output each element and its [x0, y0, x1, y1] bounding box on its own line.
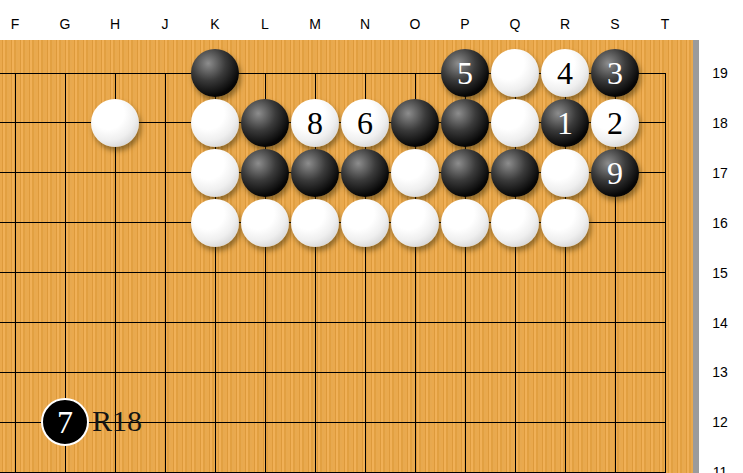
stone-white-K18[interactable]	[191, 99, 239, 147]
stone-black-L18[interactable]	[241, 99, 289, 147]
row-label-15: 15	[700, 265, 740, 281]
column-label-F: F	[3, 16, 27, 32]
row-label-13: 13	[700, 364, 740, 380]
grid-vline-T	[665, 73, 666, 473]
annotation-stone-7: 7	[41, 398, 89, 446]
column-label-N: N	[353, 16, 377, 32]
stone-white-R16[interactable]	[541, 199, 589, 247]
column-label-H: H	[103, 16, 127, 32]
row-label-18: 18	[700, 115, 740, 131]
column-label-T: T	[653, 16, 677, 32]
stone-black-S17[interactable]: 9	[591, 149, 639, 197]
column-label-M: M	[303, 16, 327, 32]
stone-black-P17[interactable]	[441, 149, 489, 197]
column-label-G: G	[53, 16, 77, 32]
stone-white-N16[interactable]	[341, 199, 389, 247]
stone-white-K17[interactable]	[191, 149, 239, 197]
stone-white-O17[interactable]	[391, 149, 439, 197]
column-label-J: J	[153, 16, 177, 32]
row-label-11: 11	[700, 464, 740, 473]
column-label-P: P	[453, 16, 477, 32]
grid-hline-13	[0, 372, 666, 373]
stone-white-Q19[interactable]	[491, 49, 539, 97]
column-label-S: S	[603, 16, 627, 32]
grid-vline-F	[15, 73, 16, 473]
stone-white-O16[interactable]	[391, 199, 439, 247]
stone-white-P16[interactable]	[441, 199, 489, 247]
stone-white-M16[interactable]	[291, 199, 339, 247]
board-edge-shadow	[693, 40, 699, 473]
stone-white-K16[interactable]	[191, 199, 239, 247]
grid-hline-15	[0, 272, 666, 273]
stone-white-Q16[interactable]	[491, 199, 539, 247]
row-label-14: 14	[700, 315, 740, 331]
grid-vline-J	[165, 73, 166, 473]
stone-black-R18[interactable]: 1	[541, 99, 589, 147]
stone-black-M17[interactable]	[291, 149, 339, 197]
stone-black-L17[interactable]	[241, 149, 289, 197]
stone-white-R19[interactable]: 4	[541, 49, 589, 97]
row-label-12: 12	[700, 414, 740, 430]
stone-white-R17[interactable]	[541, 149, 589, 197]
grid-hline-14	[0, 322, 666, 323]
stone-black-Q17[interactable]	[491, 149, 539, 197]
column-label-L: L	[253, 16, 277, 32]
stone-white-H18[interactable]	[91, 99, 139, 147]
stone-white-N18[interactable]: 6	[341, 99, 389, 147]
row-label-17: 17	[700, 165, 740, 181]
column-label-Q: Q	[503, 16, 527, 32]
stone-black-K19[interactable]	[191, 49, 239, 97]
stone-black-N17[interactable]	[341, 149, 389, 197]
column-label-O: O	[403, 16, 427, 32]
stone-black-P19[interactable]: 5	[441, 49, 489, 97]
stone-white-M18[interactable]: 8	[291, 99, 339, 147]
stone-black-O18[interactable]	[391, 99, 439, 147]
row-label-16: 16	[700, 215, 740, 231]
stone-black-P18[interactable]	[441, 99, 489, 147]
stone-black-S19[interactable]: 3	[591, 49, 639, 97]
column-label-K: K	[203, 16, 227, 32]
annotation-text: R18	[92, 404, 142, 438]
stone-white-L16[interactable]	[241, 199, 289, 247]
stone-white-S18[interactable]: 2	[591, 99, 639, 147]
stone-white-Q18[interactable]	[491, 99, 539, 147]
column-label-R: R	[553, 16, 577, 32]
row-label-19: 19	[700, 65, 740, 81]
go-diagram: FGHJKLMNOPQRST 191817161514131211 543861…	[0, 0, 743, 473]
